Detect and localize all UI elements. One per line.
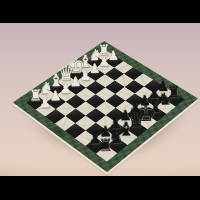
perspective-scene xyxy=(0,23,200,176)
chess-board xyxy=(12,41,197,172)
photo-area: ♜♟♞♟♝♟♚♟♛♟♝♟♟♞♜♟♟♜♞♟♟♝♟♚♟♛♟♝♟♞♟♜ xyxy=(0,23,200,176)
letterbox-bottom xyxy=(0,176,200,200)
scene-tilt: ♜♟♞♟♝♟♚♟♛♟♝♟♟♞♜♟♟♜♞♟♟♝♟♚♟♛♟♝♟♞♟♜ xyxy=(0,23,200,176)
photo-frame: ♜♟♞♟♝♟♚♟♛♟♝♟♟♞♜♟♟♜♞♟♟♝♟♚♟♛♟♝♟♞♟♜ xyxy=(0,0,200,200)
letterbox-top xyxy=(0,0,200,23)
board-squares xyxy=(26,49,184,161)
